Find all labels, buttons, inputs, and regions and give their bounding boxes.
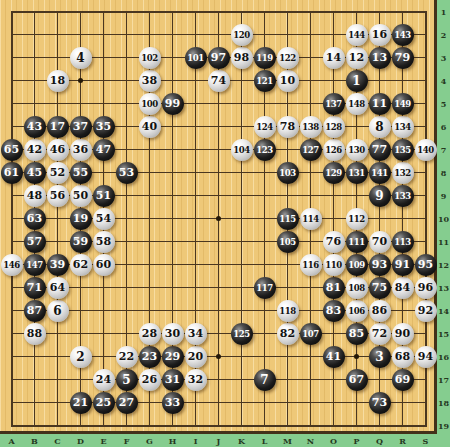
stone-91: 91	[392, 254, 414, 276]
move-number: 56	[47, 185, 69, 207]
column-label-R: R	[396, 436, 410, 446]
move-number: 146	[1, 254, 23, 276]
stone-108: 108	[346, 277, 368, 299]
row-coordinate-strip: 12345678910111213141516171819	[437, 0, 450, 447]
move-number: 40	[139, 116, 161, 138]
move-number: 77	[369, 139, 391, 161]
move-number: 112	[346, 208, 368, 230]
stone-103: 103	[277, 162, 299, 184]
move-number: 92	[415, 300, 437, 322]
go-board[interactable]: 1234567891011121314161718192021222324252…	[0, 0, 437, 434]
stone-104: 104	[231, 139, 253, 161]
move-number: 141	[369, 162, 391, 184]
move-number: 90	[392, 323, 414, 345]
move-number: 2	[70, 346, 92, 368]
move-number: 94	[415, 346, 437, 368]
stone-93: 93	[369, 254, 391, 276]
move-number: 3	[369, 346, 391, 368]
move-number: 17	[47, 116, 69, 138]
row-label-19: 19	[437, 421, 450, 431]
stone-34: 34	[185, 323, 207, 345]
move-number: 87	[24, 300, 46, 322]
move-number: 33	[162, 392, 184, 414]
move-number: 81	[323, 277, 345, 299]
move-number: 58	[93, 231, 115, 253]
move-number: 23	[139, 346, 161, 368]
column-label-S: S	[419, 436, 433, 446]
move-number: 85	[346, 323, 368, 345]
move-number: 4	[70, 47, 92, 69]
move-number: 13	[369, 47, 391, 69]
stone-130: 130	[346, 139, 368, 161]
star-point	[216, 216, 221, 221]
stone-88: 88	[24, 323, 46, 345]
stone-113: 113	[392, 231, 414, 253]
stone-23: 23	[139, 346, 161, 368]
stone-131: 131	[346, 162, 368, 184]
stone-28: 28	[139, 323, 161, 345]
stone-58: 58	[93, 231, 115, 253]
column-label-N: N	[304, 436, 318, 446]
move-number: 68	[392, 346, 414, 368]
move-number: 1	[346, 70, 368, 92]
row-label-1: 1	[437, 7, 450, 17]
move-number: 10	[277, 70, 299, 92]
move-number: 21	[70, 392, 92, 414]
stone-18: 18	[47, 70, 69, 92]
row-label-11: 11	[437, 237, 450, 247]
stone-70: 70	[369, 231, 391, 253]
row-label-8: 8	[437, 168, 450, 178]
move-number: 43	[24, 116, 46, 138]
stone-51: 51	[93, 185, 115, 207]
move-number: 24	[93, 369, 115, 391]
stone-90: 90	[392, 323, 414, 345]
move-number: 32	[185, 369, 207, 391]
move-number: 34	[185, 323, 207, 345]
stone-94: 94	[415, 346, 437, 368]
grid-line-vertical	[241, 11, 242, 427]
stone-100: 100	[139, 93, 161, 115]
move-number: 65	[1, 139, 23, 161]
move-number: 111	[346, 231, 368, 253]
column-label-L: L	[258, 436, 272, 446]
star-point	[78, 78, 83, 83]
column-label-C: C	[51, 436, 65, 446]
stone-78: 78	[277, 116, 299, 138]
stone-17: 17	[47, 116, 69, 138]
move-number: 82	[277, 323, 299, 345]
move-number: 45	[24, 162, 46, 184]
stone-99: 99	[162, 93, 184, 115]
column-label-E: E	[97, 436, 111, 446]
stone-43: 43	[24, 116, 46, 138]
move-number: 38	[139, 70, 161, 92]
move-number: 120	[231, 24, 253, 46]
stone-135: 135	[392, 139, 414, 161]
move-number: 115	[277, 208, 299, 230]
stone-128: 128	[323, 116, 345, 138]
stone-134: 134	[392, 116, 414, 138]
row-label-6: 6	[437, 122, 450, 132]
stone-96: 96	[415, 277, 437, 299]
move-number: 14	[323, 47, 345, 69]
move-number: 93	[369, 254, 391, 276]
row-label-15: 15	[437, 329, 450, 339]
row-label-12: 12	[437, 260, 450, 270]
move-number: 114	[300, 208, 322, 230]
move-number: 39	[47, 254, 69, 276]
row-label-16: 16	[437, 352, 450, 362]
move-number: 35	[93, 116, 115, 138]
stone-33: 33	[162, 392, 184, 414]
move-number: 147	[24, 254, 46, 276]
move-number: 96	[415, 277, 437, 299]
stone-62: 62	[70, 254, 92, 276]
move-number: 116	[300, 254, 322, 276]
move-number: 9	[369, 185, 391, 207]
move-number: 8	[369, 116, 391, 138]
stone-98: 98	[231, 47, 253, 69]
stone-138: 138	[300, 116, 322, 138]
move-number: 36	[70, 139, 92, 161]
move-number: 104	[231, 139, 253, 161]
move-number: 149	[392, 93, 414, 115]
move-number: 98	[231, 47, 253, 69]
move-number: 11	[369, 93, 391, 115]
column-label-I: I	[189, 436, 203, 446]
move-number: 144	[346, 24, 368, 46]
row-label-14: 14	[437, 306, 450, 316]
stone-117: 117	[254, 277, 276, 299]
stone-10: 10	[277, 70, 299, 92]
move-number: 64	[47, 277, 69, 299]
move-number: 125	[231, 323, 253, 345]
stone-105: 105	[277, 231, 299, 253]
move-number: 62	[70, 254, 92, 276]
move-number: 31	[162, 369, 184, 391]
move-number: 140	[415, 139, 437, 161]
move-number: 106	[346, 300, 368, 322]
stone-37: 37	[70, 116, 92, 138]
stone-102: 102	[139, 47, 161, 69]
stone-35: 35	[93, 116, 115, 138]
stone-40: 40	[139, 116, 161, 138]
move-number: 121	[254, 70, 276, 92]
stone-119: 119	[254, 47, 276, 69]
stone-124: 124	[254, 116, 276, 138]
column-label-H: H	[166, 436, 180, 446]
stone-26: 26	[139, 369, 161, 391]
stone-19: 19	[70, 208, 92, 230]
stone-54: 54	[93, 208, 115, 230]
move-number: 123	[254, 139, 276, 161]
move-number: 60	[93, 254, 115, 276]
stone-50: 50	[70, 185, 92, 207]
move-number: 5	[116, 369, 138, 391]
row-label-17: 17	[437, 375, 450, 385]
stone-56: 56	[47, 185, 69, 207]
move-number: 37	[70, 116, 92, 138]
move-number: 74	[208, 70, 230, 92]
stone-46: 46	[47, 139, 69, 161]
move-number: 48	[24, 185, 46, 207]
move-number: 117	[254, 277, 276, 299]
move-number: 137	[323, 93, 345, 115]
stone-127: 127	[300, 139, 322, 161]
stone-32: 32	[185, 369, 207, 391]
stone-60: 60	[93, 254, 115, 276]
move-number: 29	[162, 346, 184, 368]
move-number: 71	[24, 277, 46, 299]
move-number: 135	[392, 139, 414, 161]
move-number: 113	[392, 231, 414, 253]
move-number: 54	[93, 208, 115, 230]
stone-112: 112	[346, 208, 368, 230]
star-point	[354, 354, 359, 359]
stone-21: 21	[70, 392, 92, 414]
stone-101: 101	[185, 47, 207, 69]
row-label-2: 2	[437, 30, 450, 40]
column-label-O: O	[327, 436, 341, 446]
move-number: 127	[300, 139, 322, 161]
stone-42: 42	[24, 139, 46, 161]
column-label-G: G	[143, 436, 157, 446]
stone-137: 137	[323, 93, 345, 115]
move-number: 28	[139, 323, 161, 345]
stone-81: 81	[323, 277, 345, 299]
move-number: 103	[277, 162, 299, 184]
stone-122: 122	[277, 47, 299, 69]
column-label-K: K	[235, 436, 249, 446]
stone-41: 41	[323, 346, 345, 368]
stone-118: 118	[277, 300, 299, 322]
row-label-4: 4	[437, 76, 450, 86]
move-number: 130	[346, 139, 368, 161]
move-number: 91	[392, 254, 414, 276]
stone-86: 86	[369, 300, 391, 322]
move-number: 26	[139, 369, 161, 391]
stone-14: 14	[323, 47, 345, 69]
move-number: 101	[185, 47, 207, 69]
stone-144: 144	[346, 24, 368, 46]
stone-25: 25	[93, 392, 115, 414]
row-label-18: 18	[437, 398, 450, 408]
stone-95: 95	[415, 254, 437, 276]
move-number: 67	[346, 369, 368, 391]
stone-68: 68	[392, 346, 414, 368]
stone-64: 64	[47, 277, 69, 299]
move-number: 42	[24, 139, 46, 161]
move-number: 73	[369, 392, 391, 414]
column-label-J: J	[212, 436, 226, 446]
stone-97: 97	[208, 47, 230, 69]
move-number: 143	[392, 24, 414, 46]
move-number: 132	[392, 162, 414, 184]
move-number: 61	[1, 162, 23, 184]
stone-87: 87	[24, 300, 46, 322]
stone-20: 20	[185, 346, 207, 368]
move-number: 69	[392, 369, 414, 391]
stone-11: 11	[369, 93, 391, 115]
move-number: 7	[254, 369, 276, 391]
stone-82: 82	[277, 323, 299, 345]
move-number: 95	[415, 254, 437, 276]
stone-27: 27	[116, 392, 138, 414]
stone-3: 3	[369, 346, 391, 368]
grid-line-horizontal	[11, 425, 427, 427]
move-number: 105	[277, 231, 299, 253]
stone-143: 143	[392, 24, 414, 46]
stone-149: 149	[392, 93, 414, 115]
move-number: 128	[323, 116, 345, 138]
stone-1: 1	[346, 70, 368, 92]
stone-74: 74	[208, 70, 230, 92]
stone-52: 52	[47, 162, 69, 184]
move-number: 30	[162, 323, 184, 345]
stone-7: 7	[254, 369, 276, 391]
stone-45: 45	[24, 162, 46, 184]
stone-71: 71	[24, 277, 46, 299]
move-number: 126	[323, 139, 345, 161]
stone-115: 115	[277, 208, 299, 230]
column-label-Q: Q	[373, 436, 387, 446]
row-label-13: 13	[437, 283, 450, 293]
stone-16: 16	[369, 24, 391, 46]
stone-75: 75	[369, 277, 391, 299]
move-number: 46	[47, 139, 69, 161]
move-number: 47	[93, 139, 115, 161]
stone-57: 57	[24, 231, 46, 253]
move-number: 52	[47, 162, 69, 184]
stone-69: 69	[392, 369, 414, 391]
move-number: 108	[346, 277, 368, 299]
go-game-diagram: 1234567891011121314161718192021222324252…	[0, 0, 450, 447]
stone-132: 132	[392, 162, 414, 184]
stone-129: 129	[323, 162, 345, 184]
move-number: 22	[116, 346, 138, 368]
move-number: 124	[254, 116, 276, 138]
stone-36: 36	[70, 139, 92, 161]
stone-5: 5	[116, 369, 138, 391]
move-number: 18	[47, 70, 69, 92]
stone-140: 140	[415, 139, 437, 161]
stone-76: 76	[323, 231, 345, 253]
move-number: 6	[47, 300, 69, 322]
stone-84: 84	[392, 277, 414, 299]
stone-126: 126	[323, 139, 345, 161]
stone-111: 111	[346, 231, 368, 253]
stone-61: 61	[1, 162, 23, 184]
stone-83: 83	[323, 300, 345, 322]
move-number: 50	[70, 185, 92, 207]
move-number: 100	[139, 93, 161, 115]
stone-65: 65	[1, 139, 23, 161]
move-number: 70	[369, 231, 391, 253]
row-label-7: 7	[437, 145, 450, 155]
stone-63: 63	[24, 208, 46, 230]
stone-125: 125	[231, 323, 253, 345]
stone-120: 120	[231, 24, 253, 46]
stone-6: 6	[47, 300, 69, 322]
move-number: 41	[323, 346, 345, 368]
stone-72: 72	[369, 323, 391, 345]
stone-110: 110	[323, 254, 345, 276]
move-number: 129	[323, 162, 345, 184]
stone-114: 114	[300, 208, 322, 230]
stone-12: 12	[346, 47, 368, 69]
column-coordinate-strip: ABCDEFGHIJKLMNOPQRS	[0, 434, 437, 447]
column-label-B: B	[28, 436, 42, 446]
move-number: 83	[323, 300, 345, 322]
column-label-M: M	[281, 436, 295, 446]
move-number: 131	[346, 162, 368, 184]
move-number: 27	[116, 392, 138, 414]
column-label-A: A	[5, 436, 19, 446]
stone-67: 67	[346, 369, 368, 391]
stone-9: 9	[369, 185, 391, 207]
move-number: 53	[116, 162, 138, 184]
move-number: 51	[93, 185, 115, 207]
move-number: 107	[300, 323, 322, 345]
move-number: 55	[70, 162, 92, 184]
stone-109: 109	[346, 254, 368, 276]
move-number: 133	[392, 185, 414, 207]
stone-77: 77	[369, 139, 391, 161]
stone-59: 59	[70, 231, 92, 253]
move-number: 59	[70, 231, 92, 253]
stone-39: 39	[47, 254, 69, 276]
row-label-10: 10	[437, 214, 450, 224]
stone-148: 148	[346, 93, 368, 115]
stone-48: 48	[24, 185, 46, 207]
move-number: 97	[208, 47, 230, 69]
move-number: 119	[254, 47, 276, 69]
move-number: 122	[277, 47, 299, 69]
row-label-5: 5	[437, 99, 450, 109]
stone-85: 85	[346, 323, 368, 345]
stone-116: 116	[300, 254, 322, 276]
stone-47: 47	[93, 139, 115, 161]
column-label-P: P	[350, 436, 364, 446]
stone-38: 38	[139, 70, 161, 92]
move-number: 99	[162, 93, 184, 115]
stone-55: 55	[70, 162, 92, 184]
move-number: 57	[24, 231, 46, 253]
star-point	[216, 354, 221, 359]
row-label-3: 3	[437, 53, 450, 63]
stone-24: 24	[93, 369, 115, 391]
stone-2: 2	[70, 346, 92, 368]
move-number: 78	[277, 116, 299, 138]
move-number: 88	[24, 323, 46, 345]
move-number: 102	[139, 47, 161, 69]
move-number: 118	[277, 300, 299, 322]
move-number: 134	[392, 116, 414, 138]
stone-30: 30	[162, 323, 184, 345]
stone-13: 13	[369, 47, 391, 69]
stone-146: 146	[1, 254, 23, 276]
stone-79: 79	[392, 47, 414, 69]
stone-53: 53	[116, 162, 138, 184]
row-label-9: 9	[437, 191, 450, 201]
move-number: 12	[346, 47, 368, 69]
stone-123: 123	[254, 139, 276, 161]
move-number: 109	[346, 254, 368, 276]
stone-31: 31	[162, 369, 184, 391]
stone-121: 121	[254, 70, 276, 92]
move-number: 110	[323, 254, 345, 276]
